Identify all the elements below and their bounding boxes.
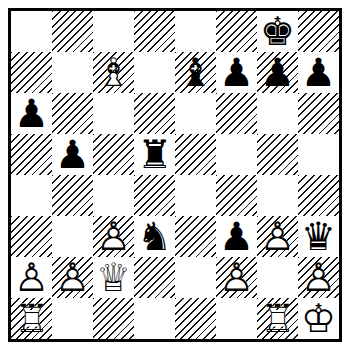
white-piece-outline-glyph: ♗ [96, 53, 131, 92]
square-g2[interactable] [257, 257, 298, 298]
white-pawn-g3[interactable]: ♟♙ [257, 216, 298, 257]
square-d1[interactable] [134, 298, 175, 339]
black-piece-glyph: ♚ [260, 12, 295, 51]
square-e2[interactable] [175, 257, 216, 298]
square-b3[interactable] [52, 216, 93, 257]
black-pawn-f3[interactable]: ♟ [216, 216, 257, 257]
black-piece-glyph: ♟ [301, 53, 336, 92]
black-piece-glyph: ♞ [137, 217, 172, 256]
square-g6[interactable] [257, 93, 298, 134]
black-piece-glyph: ♟ [219, 217, 254, 256]
square-a5[interactable] [11, 134, 52, 175]
white-piece-fill-glyph: ♛ [96, 258, 131, 297]
square-d5[interactable]: ♜ [134, 134, 175, 175]
white-piece-fill-glyph: ♜ [14, 299, 49, 338]
white-piece-fill-glyph: ♚ [301, 299, 336, 338]
square-b7[interactable] [52, 52, 93, 93]
square-f2[interactable]: ♟♙ [216, 257, 257, 298]
square-a2[interactable]: ♟♙ [11, 257, 52, 298]
black-pawn-a6[interactable]: ♟ [11, 93, 52, 134]
square-e6[interactable] [175, 93, 216, 134]
black-bishop-e7[interactable]: ♝ [175, 52, 216, 93]
white-piece-outline-glyph: ♔ [301, 299, 336, 338]
square-e8[interactable] [175, 11, 216, 52]
square-b4[interactable] [52, 175, 93, 216]
square-h2[interactable]: ♟♙ [298, 257, 339, 298]
black-piece-glyph: ♜ [137, 135, 172, 174]
square-b1[interactable] [52, 298, 93, 339]
square-h7[interactable]: ♟ [298, 52, 339, 93]
square-f4[interactable] [216, 175, 257, 216]
square-f5[interactable] [216, 134, 257, 175]
white-pawn-c3[interactable]: ♟♙ [93, 216, 134, 257]
white-piece-outline-glyph: ♙ [260, 217, 295, 256]
white-rook-g1[interactable]: ♜♖ [257, 298, 298, 339]
white-piece-fill-glyph: ♟ [260, 217, 295, 256]
black-king-g8[interactable]: ♚ [257, 11, 298, 52]
square-c3[interactable]: ♟♙ [93, 216, 134, 257]
square-c7[interactable]: ♝♗ [93, 52, 134, 93]
board-frame: ♚♝♗♝♟♟♟♟♟♜♟♙♞♟♟♙♛♟♙♟♙♛♕♟♙♟♙♜♖♜♖♚♔ [8, 8, 342, 342]
square-h6[interactable] [298, 93, 339, 134]
black-pawn-f7[interactable]: ♟ [216, 52, 257, 93]
white-rook-a1[interactable]: ♜♖ [11, 298, 52, 339]
white-piece-outline-glyph: ♙ [55, 258, 90, 297]
square-a7[interactable] [11, 52, 52, 93]
white-piece-outline-glyph: ♖ [260, 299, 295, 338]
square-g7[interactable]: ♟ [257, 52, 298, 93]
black-rook-d5[interactable]: ♜ [134, 134, 175, 175]
black-piece-glyph: ♛ [301, 217, 336, 256]
white-pawn-h2[interactable]: ♟♙ [298, 257, 339, 298]
square-b2[interactable]: ♟♙ [52, 257, 93, 298]
square-f8[interactable] [216, 11, 257, 52]
black-knight-d3[interactable]: ♞ [134, 216, 175, 257]
white-bishop-c7[interactable]: ♝♗ [93, 52, 134, 93]
square-d4[interactable] [134, 175, 175, 216]
black-pawn-b5[interactable]: ♟ [52, 134, 93, 175]
white-pawn-b2[interactable]: ♟♙ [52, 257, 93, 298]
white-king-h1[interactable]: ♚♔ [298, 298, 339, 339]
black-piece-glyph: ♝ [178, 53, 213, 92]
black-piece-glyph: ♟ [260, 53, 295, 92]
black-pawn-g7[interactable]: ♟ [257, 52, 298, 93]
square-h4[interactable] [298, 175, 339, 216]
square-a8[interactable] [11, 11, 52, 52]
white-queen-c2[interactable]: ♛♕ [93, 257, 134, 298]
white-piece-fill-glyph: ♟ [219, 258, 254, 297]
white-piece-fill-glyph: ♝ [96, 53, 131, 92]
square-f6[interactable] [216, 93, 257, 134]
white-piece-outline-glyph: ♙ [96, 217, 131, 256]
square-d3[interactable]: ♞ [134, 216, 175, 257]
white-piece-outline-glyph: ♙ [219, 258, 254, 297]
square-d6[interactable] [134, 93, 175, 134]
black-piece-glyph: ♟ [14, 94, 49, 133]
square-d2[interactable] [134, 257, 175, 298]
page-background: ♚♝♗♝♟♟♟♟♟♜♟♙♞♟♟♙♛♟♙♟♙♛♕♟♙♟♙♜♖♜♖♚♔ [0, 0, 350, 350]
square-f7[interactable]: ♟ [216, 52, 257, 93]
black-piece-glyph: ♟ [55, 135, 90, 174]
square-c5[interactable] [93, 134, 134, 175]
square-c1[interactable] [93, 298, 134, 339]
white-pawn-a2[interactable]: ♟♙ [11, 257, 52, 298]
square-e7[interactable]: ♝ [175, 52, 216, 93]
square-d7[interactable] [134, 52, 175, 93]
square-c8[interactable] [93, 11, 134, 52]
square-e4[interactable] [175, 175, 216, 216]
white-piece-outline-glyph: ♖ [14, 299, 49, 338]
white-piece-outline-glyph: ♕ [96, 258, 131, 297]
square-h5[interactable] [298, 134, 339, 175]
square-a4[interactable] [11, 175, 52, 216]
square-a6[interactable]: ♟ [11, 93, 52, 134]
white-piece-fill-glyph: ♟ [96, 217, 131, 256]
square-c2[interactable]: ♛♕ [93, 257, 134, 298]
black-piece-glyph: ♟ [219, 53, 254, 92]
square-g5[interactable] [257, 134, 298, 175]
black-queen-h3[interactable]: ♛ [298, 216, 339, 257]
square-h3[interactable]: ♛ [298, 216, 339, 257]
square-b8[interactable] [52, 11, 93, 52]
square-a3[interactable] [11, 216, 52, 257]
white-piece-fill-glyph: ♟ [55, 258, 90, 297]
chess-board: ♚♝♗♝♟♟♟♟♟♜♟♙♞♟♟♙♛♟♙♟♙♛♕♟♙♟♙♜♖♜♖♚♔ [11, 11, 339, 339]
white-piece-outline-glyph: ♙ [301, 258, 336, 297]
square-h1[interactable]: ♚♔ [298, 298, 339, 339]
white-piece-outline-glyph: ♙ [14, 258, 49, 297]
black-pawn-h7[interactable]: ♟ [298, 52, 339, 93]
white-piece-fill-glyph: ♟ [14, 258, 49, 297]
square-c6[interactable] [93, 93, 134, 134]
white-piece-fill-glyph: ♜ [260, 299, 295, 338]
square-g3[interactable]: ♟♙ [257, 216, 298, 257]
square-b5[interactable]: ♟ [52, 134, 93, 175]
square-h8[interactable] [298, 11, 339, 52]
square-e1[interactable] [175, 298, 216, 339]
white-pawn-f2[interactable]: ♟♙ [216, 257, 257, 298]
square-d8[interactable] [134, 11, 175, 52]
white-piece-fill-glyph: ♟ [301, 258, 336, 297]
square-e3[interactable] [175, 216, 216, 257]
square-g4[interactable] [257, 175, 298, 216]
square-a1[interactable]: ♜♖ [11, 298, 52, 339]
square-f3[interactable]: ♟ [216, 216, 257, 257]
square-b6[interactable] [52, 93, 93, 134]
square-f1[interactable] [216, 298, 257, 339]
square-g1[interactable]: ♜♖ [257, 298, 298, 339]
square-e5[interactable] [175, 134, 216, 175]
square-c4[interactable] [93, 175, 134, 216]
square-g8[interactable]: ♚ [257, 11, 298, 52]
